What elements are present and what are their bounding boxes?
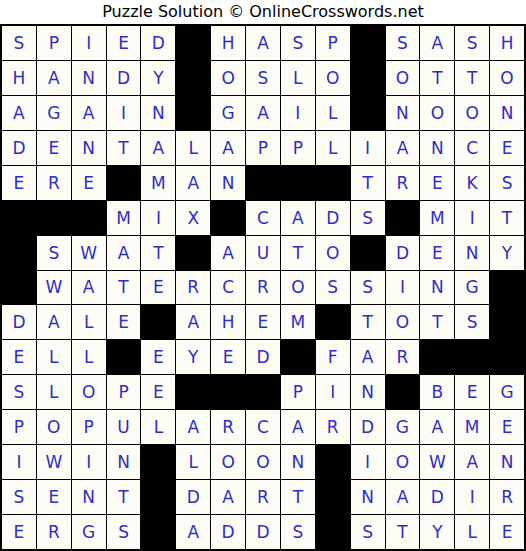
black-cell-r15c10 — [316, 515, 350, 549]
cell-r2c3: N — [72, 61, 106, 95]
cell-r2c7: O — [211, 61, 245, 95]
cell-r6c4: M — [107, 201, 141, 235]
cell-r14c9: T — [281, 480, 315, 514]
black-cell-r10c13 — [420, 340, 454, 374]
black-cell-r1c11 — [351, 26, 385, 60]
cell-r11c9: P — [281, 375, 315, 409]
cell-r12c6: A — [176, 410, 210, 444]
cell-r12c15: E — [490, 410, 524, 444]
cell-r9c3: L — [72, 305, 106, 339]
cell-r4c1: D — [2, 131, 36, 165]
cell-r4c10: L — [316, 131, 350, 165]
black-cell-r9c5 — [141, 305, 175, 339]
cell-r5c7: N — [211, 166, 245, 200]
cell-r15c12: T — [386, 515, 420, 549]
cell-r11c1: S — [2, 375, 36, 409]
black-cell-r11c12 — [386, 375, 420, 409]
cell-r8c9: O — [281, 271, 315, 305]
cell-r11c3: O — [72, 375, 106, 409]
black-cell-r8c1 — [2, 271, 36, 305]
cell-r1c13: A — [420, 26, 454, 60]
black-cell-r8c15 — [490, 271, 524, 305]
cell-r3c2: G — [37, 96, 71, 130]
cell-r3c10: L — [316, 96, 350, 130]
cell-r11c14: E — [455, 375, 489, 409]
cell-r14c6: D — [176, 480, 210, 514]
black-cell-r2c6 — [176, 61, 210, 95]
cell-r1c8: A — [246, 26, 280, 60]
black-cell-r7c11 — [351, 236, 385, 270]
cell-r15c7: D — [211, 515, 245, 549]
cell-r15c8: D — [246, 515, 280, 549]
cell-r13c14: A — [455, 445, 489, 479]
cell-r8c8: R — [246, 271, 280, 305]
cell-r4c6: L — [176, 131, 210, 165]
cell-r5c3: E — [72, 166, 106, 200]
cell-r2c14: T — [455, 61, 489, 95]
cell-r6c8: C — [246, 201, 280, 235]
puzzle-solution-page: Puzzle Solution © OnlineCrosswords.net S… — [0, 0, 526, 551]
black-cell-r9c15 — [490, 305, 524, 339]
cell-r3c9: I — [281, 96, 315, 130]
cell-r3c1: A — [2, 96, 36, 130]
cell-r14c13: D — [420, 480, 454, 514]
cell-r3c12: N — [386, 96, 420, 130]
cell-r12c5: L — [141, 410, 175, 444]
cell-r5c1: E — [2, 166, 36, 200]
cell-r1c5: D — [141, 26, 175, 60]
cell-r1c2: P — [37, 26, 71, 60]
black-cell-r11c7 — [211, 375, 245, 409]
black-cell-r14c10 — [316, 480, 350, 514]
black-cell-r13c10 — [316, 445, 350, 479]
cell-r8c2: W — [37, 271, 71, 305]
black-cell-r13c5 — [141, 445, 175, 479]
cell-r13c15: N — [490, 445, 524, 479]
black-cell-r5c10 — [316, 166, 350, 200]
cell-r9c1: D — [2, 305, 36, 339]
cell-r9c12: O — [386, 305, 420, 339]
cell-r8c7: C — [211, 271, 245, 305]
black-cell-r5c8 — [246, 166, 280, 200]
cell-r1c15: H — [490, 26, 524, 60]
cell-r11c10: I — [316, 375, 350, 409]
cell-r3c4: I — [107, 96, 141, 130]
black-cell-r10c15 — [490, 340, 524, 374]
cell-r7c3: W — [72, 236, 106, 270]
cell-r5c5: M — [141, 166, 175, 200]
cell-r3c14: O — [455, 96, 489, 130]
black-cell-r6c2 — [37, 201, 71, 235]
cell-r7c13: E — [420, 236, 454, 270]
cell-r4c4: T — [107, 131, 141, 165]
cell-r12c2: O — [37, 410, 71, 444]
cell-r6c5: I — [141, 201, 175, 235]
cell-r4c9: P — [281, 131, 315, 165]
cell-r2c5: Y — [141, 61, 175, 95]
cell-r14c7: A — [211, 480, 245, 514]
cell-r4c14: C — [455, 131, 489, 165]
black-cell-r14c5 — [141, 480, 175, 514]
black-cell-r9c10 — [316, 305, 350, 339]
cell-r8c6: R — [176, 271, 210, 305]
black-cell-r5c9 — [281, 166, 315, 200]
cell-r11c15: G — [490, 375, 524, 409]
cell-r6c10: D — [316, 201, 350, 235]
cell-r9c6: A — [176, 305, 210, 339]
cell-r12c1: P — [2, 410, 36, 444]
cell-r2c4: D — [107, 61, 141, 95]
cell-r10c11: A — [351, 340, 385, 374]
cell-r10c2: L — [37, 340, 71, 374]
cell-r3c8: A — [246, 96, 280, 130]
cell-r7c15: Y — [490, 236, 524, 270]
cell-r3c5: N — [141, 96, 175, 130]
cell-r2c2: A — [37, 61, 71, 95]
cell-r9c14: S — [455, 305, 489, 339]
cell-r10c5: E — [141, 340, 175, 374]
cell-r13c13: W — [420, 445, 454, 479]
cell-r4c11: I — [351, 131, 385, 165]
cell-r12c12: G — [386, 410, 420, 444]
cell-r4c2: E — [37, 131, 71, 165]
cell-r8c4: T — [107, 271, 141, 305]
cell-r8c12: I — [386, 271, 420, 305]
cell-r1c10: P — [316, 26, 350, 60]
cell-r13c9: N — [281, 445, 315, 479]
cell-r11c2: L — [37, 375, 71, 409]
black-cell-r6c7 — [211, 201, 245, 235]
cell-r14c1: S — [2, 480, 36, 514]
cell-r13c11: I — [351, 445, 385, 479]
black-cell-r15c5 — [141, 515, 175, 549]
cell-r10c12: R — [386, 340, 420, 374]
cell-r15c11: S — [351, 515, 385, 549]
cell-r9c2: A — [37, 305, 71, 339]
black-cell-r1c6 — [176, 26, 210, 60]
cell-r10c1: E — [2, 340, 36, 374]
cell-r10c7: E — [211, 340, 245, 374]
black-cell-r6c3 — [72, 201, 106, 235]
cell-r10c8: D — [246, 340, 280, 374]
cell-r4c12: A — [386, 131, 420, 165]
cell-r9c8: E — [246, 305, 280, 339]
cell-r12c9: A — [281, 410, 315, 444]
cell-r4c7: A — [211, 131, 245, 165]
cell-r7c14: N — [455, 236, 489, 270]
cell-r8c10: S — [316, 271, 350, 305]
cell-r15c4: S — [107, 515, 141, 549]
cell-r4c5: A — [141, 131, 175, 165]
page-title: Puzzle Solution © OnlineCrosswords.net — [0, 0, 526, 24]
cell-r7c4: A — [107, 236, 141, 270]
cell-r2c12: O — [386, 61, 420, 95]
cell-r13c4: N — [107, 445, 141, 479]
cell-r12c7: R — [211, 410, 245, 444]
cell-r12c3: P — [72, 410, 106, 444]
cell-r3c13: O — [420, 96, 454, 130]
cell-r15c6: A — [176, 515, 210, 549]
black-cell-r6c1 — [2, 201, 36, 235]
cell-r9c9: M — [281, 305, 315, 339]
cell-r10c3: L — [72, 340, 106, 374]
cell-r4c3: N — [72, 131, 106, 165]
cell-r11c4: P — [107, 375, 141, 409]
crossword-grid: SPIEDHASPSASHHANDYOSLOOTTOAGAINGAILNOOND… — [0, 24, 526, 551]
black-cell-r6c12 — [386, 201, 420, 235]
black-cell-r11c6 — [176, 375, 210, 409]
cell-r1c12: S — [386, 26, 420, 60]
cell-r4c8: P — [246, 131, 280, 165]
cell-r11c5: E — [141, 375, 175, 409]
cell-r1c1: S — [2, 26, 36, 60]
cell-r8c3: A — [72, 271, 106, 305]
cell-r5c11: T — [351, 166, 385, 200]
cell-r5c2: R — [37, 166, 71, 200]
cell-r12c11: D — [351, 410, 385, 444]
cell-r1c9: S — [281, 26, 315, 60]
cell-r8c5: E — [141, 271, 175, 305]
cell-r15c15: E — [490, 515, 524, 549]
cell-r6c11: S — [351, 201, 385, 235]
cell-r12c4: U — [107, 410, 141, 444]
cell-r15c14: L — [455, 515, 489, 549]
cell-r15c2: R — [37, 515, 71, 549]
cell-r6c15: T — [490, 201, 524, 235]
black-cell-r10c9 — [281, 340, 315, 374]
cell-r15c13: Y — [420, 515, 454, 549]
cell-r3c7: G — [211, 96, 245, 130]
cell-r3c15: N — [490, 96, 524, 130]
cell-r1c4: E — [107, 26, 141, 60]
cell-r8c14: G — [455, 271, 489, 305]
cell-r14c11: N — [351, 480, 385, 514]
cell-r2c9: L — [281, 61, 315, 95]
cell-r14c2: E — [37, 480, 71, 514]
cell-r1c7: H — [211, 26, 245, 60]
cell-r15c9: S — [281, 515, 315, 549]
cell-r2c15: O — [490, 61, 524, 95]
cell-r10c10: F — [316, 340, 350, 374]
cell-r9c7: H — [211, 305, 245, 339]
cell-r2c13: T — [420, 61, 454, 95]
cell-r13c3: I — [72, 445, 106, 479]
cell-r14c12: A — [386, 480, 420, 514]
cell-r14c15: R — [490, 480, 524, 514]
black-cell-r10c14 — [455, 340, 489, 374]
cell-r5c13: E — [420, 166, 454, 200]
cell-r14c3: N — [72, 480, 106, 514]
cell-r7c10: O — [316, 236, 350, 270]
cell-r4c15: E — [490, 131, 524, 165]
cell-r5c12: R — [386, 166, 420, 200]
cell-r13c2: W — [37, 445, 71, 479]
cell-r11c13: B — [420, 375, 454, 409]
cell-r5c15: S — [490, 166, 524, 200]
cell-r5c14: K — [455, 166, 489, 200]
cell-r12c8: C — [246, 410, 280, 444]
cell-r11c11: N — [351, 375, 385, 409]
cell-r9c4: E — [107, 305, 141, 339]
cell-r10c6: Y — [176, 340, 210, 374]
cell-r1c3: I — [72, 26, 106, 60]
black-cell-r3c11 — [351, 96, 385, 130]
cell-r7c9: T — [281, 236, 315, 270]
cell-r7c2: S — [37, 236, 71, 270]
cell-r6c13: M — [420, 201, 454, 235]
cell-r15c3: G — [72, 515, 106, 549]
cell-r13c8: O — [246, 445, 280, 479]
cell-r3c3: A — [72, 96, 106, 130]
cell-r4c13: N — [420, 131, 454, 165]
cell-r12c13: A — [420, 410, 454, 444]
cell-r13c7: O — [211, 445, 245, 479]
cell-r15c1: E — [2, 515, 36, 549]
black-cell-r11c8 — [246, 375, 280, 409]
black-cell-r2c11 — [351, 61, 385, 95]
cell-r14c8: R — [246, 480, 280, 514]
cell-r12c10: R — [316, 410, 350, 444]
cell-r6c6: X — [176, 201, 210, 235]
black-cell-r7c6 — [176, 236, 210, 270]
cell-r13c6: L — [176, 445, 210, 479]
cell-r6c9: A — [281, 201, 315, 235]
cell-r13c1: I — [2, 445, 36, 479]
cell-r12c14: M — [455, 410, 489, 444]
cell-r13c12: O — [386, 445, 420, 479]
cell-r14c4: T — [107, 480, 141, 514]
cell-r7c8: U — [246, 236, 280, 270]
cell-r7c12: D — [386, 236, 420, 270]
cell-r7c5: T — [141, 236, 175, 270]
cell-r7c7: A — [211, 236, 245, 270]
cell-r5c6: A — [176, 166, 210, 200]
black-cell-r10c4 — [107, 340, 141, 374]
cell-r9c13: T — [420, 305, 454, 339]
cell-r2c8: S — [246, 61, 280, 95]
cell-r8c13: N — [420, 271, 454, 305]
cell-r1c14: S — [455, 26, 489, 60]
cell-r8c11: S — [351, 271, 385, 305]
cell-r2c10: O — [316, 61, 350, 95]
cell-r6c14: I — [455, 201, 489, 235]
cell-r14c14: I — [455, 480, 489, 514]
black-cell-r5c4 — [107, 166, 141, 200]
black-cell-r3c6 — [176, 96, 210, 130]
black-cell-r7c1 — [2, 236, 36, 270]
cell-r2c1: H — [2, 61, 36, 95]
cell-r9c11: T — [351, 305, 385, 339]
